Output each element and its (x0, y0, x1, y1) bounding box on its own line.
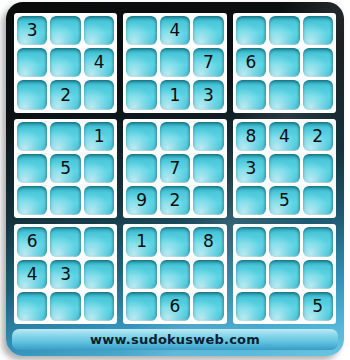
sudoku-box-3-1: 643 (14, 224, 117, 324)
cell-r2c5[interactable] (160, 48, 190, 77)
cell-r4c7[interactable]: 8 (236, 122, 266, 151)
cell-r4c5[interactable] (160, 122, 190, 151)
cell-r3c9[interactable] (303, 80, 333, 109)
cell-r9c4[interactable] (126, 292, 156, 321)
cell-r8c7[interactable] (236, 260, 266, 289)
cell-r7c3[interactable] (84, 227, 114, 256)
cell-r9c2[interactable] (50, 292, 80, 321)
cell-r3c4[interactable] (126, 80, 156, 109)
cell-r6c3[interactable] (84, 186, 114, 215)
cell-r2c6[interactable]: 7 (193, 48, 223, 77)
cell-r1c9[interactable] (303, 16, 333, 45)
cell-r1c8[interactable] (269, 16, 299, 45)
cell-r8c8[interactable] (269, 260, 299, 289)
cell-r9c3[interactable] (84, 292, 114, 321)
sudoku-box-2-1: 15 (14, 119, 117, 219)
cell-r2c4[interactable] (126, 48, 156, 77)
cell-r6c4[interactable]: 9 (126, 186, 156, 215)
cell-r4c4[interactable] (126, 122, 156, 151)
cell-r3c3[interactable] (84, 80, 114, 109)
cell-r8c6[interactable] (193, 260, 223, 289)
cell-r1c6[interactable] (193, 16, 223, 45)
cell-r9c9[interactable]: 5 (303, 292, 333, 321)
cell-r6c6[interactable] (193, 186, 223, 215)
cell-r1c4[interactable] (126, 16, 156, 45)
cell-r5c4[interactable] (126, 154, 156, 183)
cell-r3c2[interactable]: 2 (50, 80, 80, 109)
cell-r1c1[interactable]: 3 (17, 16, 47, 45)
cell-r2c1[interactable] (17, 48, 47, 77)
footer-band: www.sudokusweb.com (12, 329, 338, 350)
sudoku-grid: 3424713615792842356431865 (14, 13, 336, 324)
sudoku-box-3-2: 186 (123, 224, 226, 324)
cell-r4c8[interactable]: 4 (269, 122, 299, 151)
cell-r6c9[interactable] (303, 186, 333, 215)
cell-r5c3[interactable] (84, 154, 114, 183)
website-link[interactable]: www.sudokusweb.com (90, 332, 260, 347)
cell-r7c5[interactable] (160, 227, 190, 256)
cell-r8c3[interactable] (84, 260, 114, 289)
cell-r2c9[interactable] (303, 48, 333, 77)
cell-r7c9[interactable] (303, 227, 333, 256)
cell-r4c2[interactable] (50, 122, 80, 151)
sudoku-box-2-2: 792 (123, 119, 226, 219)
cell-r9c5[interactable]: 6 (160, 292, 190, 321)
cell-r7c7[interactable] (236, 227, 266, 256)
cell-r2c7[interactable]: 6 (236, 48, 266, 77)
cell-r9c8[interactable] (269, 292, 299, 321)
cell-r6c7[interactable] (236, 186, 266, 215)
cell-r5c9[interactable] (303, 154, 333, 183)
cell-r3c1[interactable] (17, 80, 47, 109)
cell-r5c6[interactable] (193, 154, 223, 183)
cell-r9c6[interactable] (193, 292, 223, 321)
cell-r6c8[interactable]: 5 (269, 186, 299, 215)
cell-r4c9[interactable]: 2 (303, 122, 333, 151)
cell-r3c7[interactable] (236, 80, 266, 109)
cell-r2c8[interactable] (269, 48, 299, 77)
sudoku-box-2-3: 84235 (233, 119, 336, 219)
cell-r5c2[interactable]: 5 (50, 154, 80, 183)
cell-r2c3[interactable]: 4 (84, 48, 114, 77)
cell-r1c3[interactable] (84, 16, 114, 45)
sudoku-box-3-3: 5 (233, 224, 336, 324)
cell-r5c1[interactable] (17, 154, 47, 183)
cell-r1c7[interactable] (236, 16, 266, 45)
cell-r2c2[interactable] (50, 48, 80, 77)
page: 3424713615792842356431865 www.sudokusweb… (0, 0, 350, 360)
cell-r6c2[interactable] (50, 186, 80, 215)
cell-r5c8[interactable] (269, 154, 299, 183)
cell-r8c5[interactable] (160, 260, 190, 289)
cell-r7c4[interactable]: 1 (126, 227, 156, 256)
cell-r4c1[interactable] (17, 122, 47, 151)
cell-r9c7[interactable] (236, 292, 266, 321)
cell-r1c5[interactable]: 4 (160, 16, 190, 45)
cell-r7c8[interactable] (269, 227, 299, 256)
cell-r7c1[interactable]: 6 (17, 227, 47, 256)
cell-r4c3[interactable]: 1 (84, 122, 114, 151)
cell-r1c2[interactable] (50, 16, 80, 45)
cell-r3c5[interactable]: 1 (160, 80, 190, 109)
sudoku-box-1-1: 342 (14, 13, 117, 113)
cell-r9c1[interactable] (17, 292, 47, 321)
cell-r8c9[interactable] (303, 260, 333, 289)
cell-r8c1[interactable]: 4 (17, 260, 47, 289)
cell-r7c6[interactable]: 8 (193, 227, 223, 256)
sudoku-box-1-2: 4713 (123, 13, 226, 113)
sudoku-box-1-3: 6 (233, 13, 336, 113)
cell-r3c6[interactable]: 3 (193, 80, 223, 109)
cell-r3c8[interactable] (269, 80, 299, 109)
cell-r8c2[interactable]: 3 (50, 260, 80, 289)
cell-r6c5[interactable]: 2 (160, 186, 190, 215)
cell-r5c5[interactable]: 7 (160, 154, 190, 183)
cell-r7c2[interactable] (50, 227, 80, 256)
cell-r8c4[interactable] (126, 260, 156, 289)
cell-r4c6[interactable] (193, 122, 223, 151)
sudoku-board: 3424713615792842356431865 www.sudokusweb… (6, 2, 344, 356)
cell-r6c1[interactable] (17, 186, 47, 215)
cell-r5c7[interactable]: 3 (236, 154, 266, 183)
